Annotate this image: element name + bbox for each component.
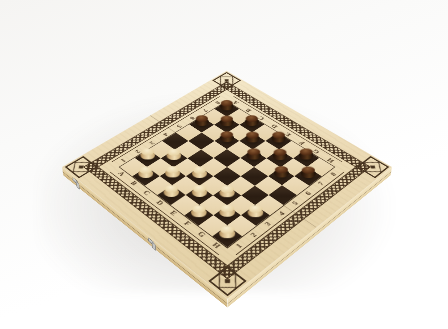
piece-top: [274, 149, 287, 156]
piece-top: [192, 185, 206, 192]
product-photo-scene: ABCDEFGH ABCDEFGH 87654321 87654321: [0, 0, 448, 329]
piece-top: [193, 166, 206, 173]
piece-top: [249, 205, 263, 212]
checker-white-g2: [219, 205, 235, 217]
piece-top: [247, 149, 260, 156]
checker-white-d3: [192, 166, 207, 177]
checker-white-d1: [164, 185, 179, 197]
checker-white-c2: [165, 166, 180, 177]
checker-white-h3: [248, 205, 264, 217]
checker-black-d7: [246, 132, 260, 143]
piece-top: [167, 149, 180, 156]
checker-black-g6: [274, 166, 289, 177]
checker-white-f3: [219, 185, 234, 197]
checker-black-c6: [220, 132, 234, 143]
piece-top: [192, 205, 206, 212]
checker-white-f1: [191, 205, 207, 217]
checker-white-b1: [138, 166, 153, 177]
checker-black-b7: [220, 115, 234, 126]
checker-black-f7: [273, 149, 288, 160]
piece-top: [302, 166, 315, 173]
piece-top: [221, 115, 233, 122]
checker-white-h1: [219, 226, 235, 238]
piece-top: [220, 185, 234, 192]
piece-top: [246, 132, 259, 139]
checker-black-h7: [301, 166, 316, 177]
piece-top: [139, 166, 152, 173]
checker-black-e6: [246, 149, 261, 160]
checker-white-b3: [167, 149, 182, 160]
checker-white-e2: [192, 185, 207, 197]
